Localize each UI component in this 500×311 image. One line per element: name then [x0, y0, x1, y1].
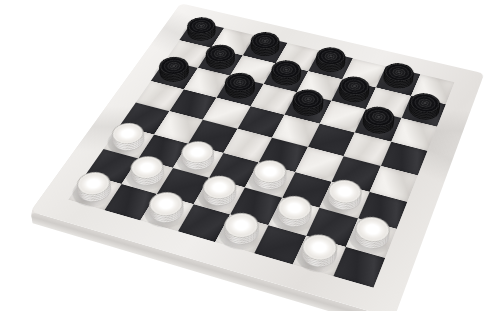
white-checker-5-0 — [108, 128, 150, 156]
black-checker-1-7 — [405, 98, 442, 124]
white-checker-7-6 — [297, 239, 341, 273]
square-4-5-light — [295, 147, 344, 182]
board-surface — [30, 3, 484, 311]
black-checker-2-2 — [221, 78, 260, 103]
white-checker-6-5 — [272, 201, 315, 233]
black-checker-2-4 — [289, 95, 328, 121]
white-checker-6-3 — [198, 181, 241, 211]
white-checker-5-6 — [324, 185, 365, 216]
black-checker-1-5 — [335, 82, 373, 107]
product-photo-scene — [0, 0, 500, 311]
white-checker-7-0 — [73, 177, 117, 207]
white-checker-6-7 — [350, 222, 393, 255]
black-checker-0-6 — [380, 69, 417, 94]
black-checker-0-4 — [312, 53, 349, 77]
black-checker-2-6 — [359, 112, 397, 139]
checkers-board — [30, 3, 484, 311]
